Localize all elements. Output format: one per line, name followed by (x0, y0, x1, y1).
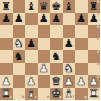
coord-rank-3: 3 (97, 63, 100, 67)
square-b5[interactable]: ♞ (13, 38, 26, 51)
square-h8[interactable]: ♜8 (88, 0, 101, 13)
piece-white-pawn[interactable]: ♟ (26, 75, 36, 86)
piece-white-queen[interactable]: ♛ (51, 75, 61, 86)
square-c6[interactable] (25, 25, 38, 38)
piece-white-bishop[interactable]: ♝ (64, 88, 74, 99)
square-g8[interactable] (75, 0, 88, 13)
square-h2[interactable]: ♟2 (88, 75, 101, 88)
square-h4[interactable]: 4 (88, 50, 101, 63)
square-d7[interactable]: ♟ (38, 13, 51, 26)
square-a1[interactable]: ♜a (0, 88, 13, 101)
piece-black-pawn[interactable]: ♟ (14, 13, 24, 24)
piece-white-pawn[interactable]: ♟ (76, 75, 86, 86)
piece-white-pawn[interactable]: ♟ (1, 75, 11, 86)
piece-black-pawn[interactable]: ♟ (51, 13, 61, 24)
square-g1[interactable]: g (75, 88, 88, 101)
piece-black-pawn[interactable]: ♟ (26, 38, 36, 49)
square-c2[interactable]: ♟ (25, 75, 38, 88)
chess-board: ♜♝♛♚♝♜8♟♟♟♟♟♟76♞♟♟5♞♞4♟♞3♟♟♛♟♟♟2♜ab♝cd♚e… (0, 0, 100, 100)
square-h5[interactable]: 5 (88, 38, 101, 51)
piece-black-knight[interactable]: ♞ (14, 50, 24, 61)
square-b7[interactable]: ♟ (13, 13, 26, 26)
piece-black-king[interactable]: ♚ (51, 0, 61, 11)
square-e2[interactable]: ♛ (50, 75, 63, 88)
piece-white-rook[interactable]: ♜ (1, 88, 11, 99)
piece-white-knight[interactable]: ♞ (14, 38, 24, 49)
piece-black-bishop[interactable]: ♝ (64, 0, 74, 11)
piece-black-rook[interactable]: ♜ (89, 0, 99, 11)
square-b1[interactable]: b (13, 88, 26, 101)
piece-black-pawn[interactable]: ♟ (64, 38, 74, 49)
piece-black-queen[interactable]: ♛ (39, 0, 49, 11)
square-f4[interactable] (63, 50, 76, 63)
square-h6[interactable]: 6 (88, 25, 101, 38)
square-e3[interactable] (50, 63, 63, 76)
square-a2[interactable]: ♟ (0, 75, 13, 88)
square-d3[interactable]: ♟ (38, 63, 51, 76)
square-g5[interactable] (75, 38, 88, 51)
square-a6[interactable] (0, 25, 13, 38)
piece-black-knight[interactable]: ♞ (51, 50, 61, 61)
coord-file-b: b (22, 96, 25, 100)
square-d6[interactable] (38, 25, 51, 38)
square-g4[interactable] (75, 50, 88, 63)
square-c1[interactable]: ♝c (25, 88, 38, 101)
square-c8[interactable]: ♝ (25, 0, 38, 13)
square-f1[interactable]: ♝f (63, 88, 76, 101)
square-a3[interactable] (0, 63, 13, 76)
piece-white-pawn[interactable]: ♟ (64, 75, 74, 86)
square-b2[interactable] (13, 75, 26, 88)
piece-black-bishop[interactable]: ♝ (26, 0, 36, 11)
square-h1[interactable]: ♜1h (88, 88, 101, 101)
square-d2[interactable] (38, 75, 51, 88)
square-h7[interactable]: ♟7 (88, 13, 101, 26)
piece-white-pawn[interactable]: ♟ (89, 75, 99, 86)
square-c7[interactable] (25, 13, 38, 26)
piece-black-pawn[interactable]: ♟ (39, 13, 49, 24)
square-f2[interactable]: ♟ (63, 75, 76, 88)
square-a7[interactable]: ♟ (0, 13, 13, 26)
piece-white-bishop[interactable]: ♝ (26, 88, 36, 99)
square-d8[interactable]: ♛ (38, 0, 51, 13)
square-f7[interactable] (63, 13, 76, 26)
square-e1[interactable]: ♚e (50, 88, 63, 101)
square-e7[interactable]: ♟ (50, 13, 63, 26)
piece-black-pawn[interactable]: ♟ (89, 13, 99, 24)
square-d4[interactable] (38, 50, 51, 63)
square-e8[interactable]: ♚ (50, 0, 63, 13)
square-g2[interactable]: ♟ (75, 75, 88, 88)
coord-file-d: d (47, 96, 50, 100)
square-c4[interactable] (25, 50, 38, 63)
piece-black-rook[interactable]: ♜ (1, 0, 11, 11)
square-f8[interactable]: ♝ (63, 0, 76, 13)
square-d1[interactable]: d (38, 88, 51, 101)
coord-file-g: g (84, 96, 87, 100)
coord-rank-6: 6 (97, 26, 100, 30)
square-a8[interactable]: ♜ (0, 0, 13, 13)
square-b8[interactable] (13, 0, 26, 13)
piece-black-pawn[interactable]: ♟ (76, 13, 86, 24)
square-c5[interactable]: ♟ (25, 38, 38, 51)
square-g3[interactable] (75, 63, 88, 76)
square-g6[interactable] (75, 25, 88, 38)
piece-white-rook[interactable]: ♜ (89, 88, 99, 99)
square-f3[interactable]: ♞ (63, 63, 76, 76)
square-c3[interactable] (25, 63, 38, 76)
square-h3[interactable]: 3 (88, 63, 101, 76)
square-b3[interactable] (13, 63, 26, 76)
square-a5[interactable] (0, 38, 13, 51)
square-e6[interactable] (50, 25, 63, 38)
piece-white-knight[interactable]: ♞ (64, 63, 74, 74)
square-d5[interactable] (38, 38, 51, 51)
piece-white-pawn[interactable]: ♟ (39, 63, 49, 74)
square-b6[interactable] (13, 25, 26, 38)
square-f5[interactable]: ♟ (63, 38, 76, 51)
square-e5[interactable] (50, 38, 63, 51)
square-b4[interactable]: ♞ (13, 50, 26, 63)
piece-black-pawn[interactable]: ♟ (1, 13, 11, 24)
coord-rank-5: 5 (97, 38, 100, 42)
square-g7[interactable]: ♟ (75, 13, 88, 26)
square-a4[interactable] (0, 50, 13, 63)
piece-white-king[interactable]: ♚ (51, 88, 61, 99)
square-e4[interactable]: ♞ (50, 50, 63, 63)
coord-rank-4: 4 (97, 51, 100, 55)
square-f6[interactable] (63, 25, 76, 38)
